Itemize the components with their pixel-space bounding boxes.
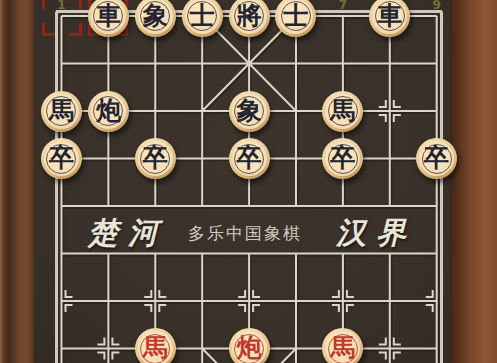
board-point-f1r7[interactable] bbox=[38, 325, 85, 363]
black-soldier-piece[interactable]: 卒 bbox=[229, 138, 270, 179]
board-point-f5r7[interactable]: 炮 bbox=[226, 325, 273, 363]
board-point-f1r0[interactable] bbox=[38, 0, 85, 40]
black-cannon-piece[interactable]: 炮 bbox=[88, 91, 129, 132]
board-point-f5r0[interactable]: 將 bbox=[226, 0, 273, 40]
board-point-f3r5[interactable] bbox=[132, 230, 179, 278]
board-point-f4r5[interactable] bbox=[179, 230, 226, 278]
board-point-f5r4[interactable] bbox=[226, 182, 273, 230]
black-soldier-piece[interactable]: 卒 bbox=[322, 138, 363, 179]
board-point-f5r5[interactable] bbox=[226, 230, 273, 278]
board-point-f3r3[interactable]: 卒 bbox=[132, 135, 179, 183]
piece-character: 馬 bbox=[330, 98, 355, 123]
board-point-f7r5[interactable] bbox=[319, 230, 366, 278]
board-point-f1r3[interactable]: 卒 bbox=[38, 135, 85, 183]
piece-character: 卒 bbox=[237, 145, 262, 170]
red-horse-piece[interactable]: 馬 bbox=[135, 328, 176, 363]
board-point-f2r1[interactable] bbox=[85, 40, 132, 88]
black-advisor-piece[interactable]: 士 bbox=[275, 0, 316, 37]
board-point-f9r4[interactable] bbox=[413, 182, 460, 230]
red-horse-piece[interactable]: 馬 bbox=[322, 328, 363, 363]
black-advisor-piece[interactable]: 士 bbox=[182, 0, 223, 37]
board-point-f8r5[interactable] bbox=[366, 230, 413, 278]
piece-character: 炮 bbox=[237, 335, 262, 360]
board-point-f7r3[interactable]: 卒 bbox=[319, 135, 366, 183]
board-point-f2r6[interactable] bbox=[85, 277, 132, 325]
black-general-piece[interactable]: 將 bbox=[229, 0, 270, 37]
board-point-f3r7[interactable]: 馬 bbox=[132, 325, 179, 363]
black-horse-piece[interactable]: 馬 bbox=[322, 91, 363, 132]
board-point-f8r6[interactable] bbox=[366, 277, 413, 325]
board-point-f6r2[interactable] bbox=[273, 87, 320, 135]
piece-character: 卒 bbox=[143, 145, 168, 170]
board-point-f6r4[interactable] bbox=[273, 182, 320, 230]
board-point-f5r3[interactable]: 卒 bbox=[226, 135, 273, 183]
board-point-f4r7[interactable] bbox=[179, 325, 226, 363]
board-point-f7r6[interactable] bbox=[319, 277, 366, 325]
board-point-f3r2[interactable] bbox=[132, 87, 179, 135]
board-point-f8r1[interactable] bbox=[366, 40, 413, 88]
board-point-f4r6[interactable] bbox=[179, 277, 226, 325]
board-point-f3r4[interactable] bbox=[132, 182, 179, 230]
board-point-f1r1[interactable] bbox=[38, 40, 85, 88]
board-point-f9r7[interactable] bbox=[413, 325, 460, 363]
xiangqi-board-screen: 123456789 楚河 汉界 多乐中国象棋 車 象 士 將 bbox=[0, 0, 497, 363]
board-point-f7r7[interactable]: 馬 bbox=[319, 325, 366, 363]
piece-character: 象 bbox=[237, 98, 262, 123]
board-point-f1r2[interactable]: 馬 bbox=[38, 87, 85, 135]
board-point-f1r4[interactable] bbox=[38, 182, 85, 230]
piece-character: 卒 bbox=[330, 145, 355, 170]
black-chariot-piece[interactable]: 車 bbox=[88, 0, 129, 37]
board-point-f4r3[interactable] bbox=[179, 135, 226, 183]
board-point-f1r5[interactable] bbox=[38, 230, 85, 278]
board-point-f6r5[interactable] bbox=[273, 230, 320, 278]
piece-character: 將 bbox=[237, 3, 262, 28]
board-point-f7r0[interactable] bbox=[319, 0, 366, 40]
board-point-f8r3[interactable] bbox=[366, 135, 413, 183]
board-point-f3r6[interactable] bbox=[132, 277, 179, 325]
board-point-f4r1[interactable] bbox=[179, 40, 226, 88]
board-point-f3r0[interactable]: 象 bbox=[132, 0, 179, 40]
piece-character: 卒 bbox=[424, 145, 449, 170]
piece-character: 馬 bbox=[49, 98, 74, 123]
piece-character: 炮 bbox=[96, 98, 121, 123]
piece-character: 馬 bbox=[330, 335, 355, 360]
board-point-f4r4[interactable] bbox=[179, 182, 226, 230]
board-point-f5r1[interactable] bbox=[226, 40, 273, 88]
board-point-f2r0[interactable]: 車 bbox=[85, 0, 132, 40]
board-point-f8r0[interactable]: 車 bbox=[366, 0, 413, 40]
board-point-f2r3[interactable] bbox=[85, 135, 132, 183]
board-point-f6r0[interactable]: 士 bbox=[273, 0, 320, 40]
board-point-f1r6[interactable] bbox=[38, 277, 85, 325]
board-point-f6r7[interactable] bbox=[273, 325, 320, 363]
piece-character: 車 bbox=[377, 3, 402, 28]
black-horse-piece[interactable]: 馬 bbox=[41, 91, 82, 132]
board-point-f9r3[interactable]: 卒 bbox=[413, 135, 460, 183]
board-point-f7r1[interactable] bbox=[319, 40, 366, 88]
black-elephant-piece[interactable]: 象 bbox=[135, 0, 176, 37]
board-point-f2r7[interactable] bbox=[85, 325, 132, 363]
board-point-f8r7[interactable] bbox=[366, 325, 413, 363]
board-point-f2r4[interactable] bbox=[85, 182, 132, 230]
board-point-f7r4[interactable] bbox=[319, 182, 366, 230]
board-point-f9r0[interactable] bbox=[413, 0, 460, 40]
board-point-f8r4[interactable] bbox=[366, 182, 413, 230]
board-point-f4r2[interactable] bbox=[179, 87, 226, 135]
board-point-f5r6[interactable] bbox=[226, 277, 273, 325]
board-point-f9r6[interactable] bbox=[413, 277, 460, 325]
board-point-f9r1[interactable] bbox=[413, 40, 460, 88]
board-point-f6r3[interactable] bbox=[273, 135, 320, 183]
black-elephant-piece[interactable]: 象 bbox=[229, 91, 270, 132]
board-point-f4r0[interactable]: 士 bbox=[179, 0, 226, 40]
piece-character: 馬 bbox=[143, 335, 168, 360]
piece-character: 卒 bbox=[49, 145, 74, 170]
black-soldier-piece[interactable]: 卒 bbox=[41, 138, 82, 179]
board-point-f6r1[interactable] bbox=[273, 40, 320, 88]
board-point-f2r5[interactable] bbox=[85, 230, 132, 278]
board-point-f6r6[interactable] bbox=[273, 277, 320, 325]
board-point-f2r2[interactable]: 炮 bbox=[85, 87, 132, 135]
board-point-f3r1[interactable] bbox=[132, 40, 179, 88]
black-soldier-piece[interactable]: 卒 bbox=[416, 138, 457, 179]
red-cannon-piece[interactable]: 炮 bbox=[229, 328, 270, 363]
board-point-f5r2[interactable]: 象 bbox=[226, 87, 273, 135]
board-point-f9r5[interactable] bbox=[413, 230, 460, 278]
black-chariot-piece[interactable]: 車 bbox=[369, 0, 410, 37]
black-soldier-piece[interactable]: 卒 bbox=[135, 138, 176, 179]
piece-character: 象 bbox=[143, 3, 168, 28]
piece-character: 士 bbox=[190, 3, 215, 28]
board-point-f9r2[interactable] bbox=[413, 87, 460, 135]
piece-character: 士 bbox=[283, 3, 308, 28]
board-grid: 車 象 士 將 士 車 馬 bbox=[38, 0, 460, 363]
board-point-f8r2[interactable] bbox=[366, 87, 413, 135]
board-point-f7r2[interactable]: 馬 bbox=[319, 87, 366, 135]
piece-character: 車 bbox=[96, 3, 121, 28]
